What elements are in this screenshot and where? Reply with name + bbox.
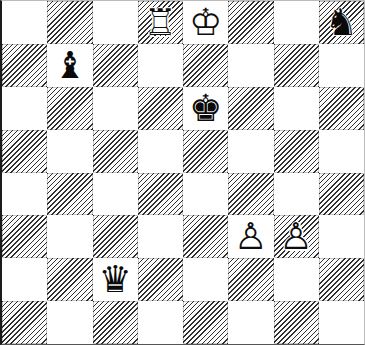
square-d8[interactable]: ♜♖ (138, 1, 183, 44)
square-a1[interactable] (2, 301, 47, 344)
square-a5[interactable] (2, 130, 47, 173)
square-c4[interactable] (93, 173, 138, 216)
square-h3[interactable] (319, 215, 364, 258)
square-h4[interactable] (319, 173, 364, 216)
knight-icon: ♞ (321, 2, 361, 42)
square-g3[interactable]: ♟♙ (274, 215, 319, 258)
square-c2[interactable]: ♛ (93, 258, 138, 301)
square-e3[interactable] (183, 215, 228, 258)
square-g2[interactable] (274, 258, 319, 301)
queen-icon: ♛ (95, 260, 135, 300)
square-b6[interactable] (47, 87, 92, 130)
square-h7[interactable] (319, 44, 364, 87)
square-g5[interactable] (274, 130, 319, 173)
square-c5[interactable] (93, 130, 138, 173)
square-f7[interactable] (228, 44, 273, 87)
square-c6[interactable] (93, 87, 138, 130)
square-f6[interactable] (228, 87, 273, 130)
square-d4[interactable] (138, 173, 183, 216)
square-d5[interactable] (138, 130, 183, 173)
square-d1[interactable] (138, 301, 183, 344)
white-rook-d8[interactable]: ♜♖ (140, 2, 180, 42)
square-h8[interactable]: ♞ (319, 1, 364, 44)
square-a4[interactable] (2, 173, 47, 216)
square-b3[interactable] (47, 215, 92, 258)
square-b8[interactable] (47, 1, 92, 44)
square-a8[interactable] (2, 1, 47, 44)
square-c8[interactable] (93, 1, 138, 44)
square-g7[interactable] (274, 44, 319, 87)
square-e1[interactable] (183, 301, 228, 344)
square-h6[interactable] (319, 87, 364, 130)
square-f5[interactable] (228, 130, 273, 173)
square-d6[interactable] (138, 87, 183, 130)
square-d2[interactable] (138, 258, 183, 301)
square-a7[interactable] (2, 44, 47, 87)
square-g8[interactable] (274, 1, 319, 44)
square-g4[interactable] (274, 173, 319, 216)
square-a2[interactable] (2, 258, 47, 301)
rook-icon: ♖ (140, 2, 180, 42)
square-c3[interactable] (93, 215, 138, 258)
square-e7[interactable] (183, 44, 228, 87)
square-c1[interactable] (93, 301, 138, 344)
king-icon: ♔ (186, 2, 226, 42)
white-pawn-f3[interactable]: ♟♙ (231, 217, 271, 257)
square-a3[interactable] (2, 215, 47, 258)
white-king-e8[interactable]: ♚♔ (186, 2, 226, 42)
square-e4[interactable] (183, 173, 228, 216)
square-f1[interactable] (228, 301, 273, 344)
square-b1[interactable] (47, 301, 92, 344)
bishop-icon: ♝ (50, 45, 90, 85)
square-e5[interactable] (183, 130, 228, 173)
square-f2[interactable] (228, 258, 273, 301)
chess-board: ♜♖♚♔♞♝♚♟♙♟♙♛ (2, 1, 364, 344)
square-b4[interactable] (47, 173, 92, 216)
square-e2[interactable] (183, 258, 228, 301)
square-e6[interactable]: ♚ (183, 87, 228, 130)
square-g6[interactable] (274, 87, 319, 130)
pawn-icon: ♙ (231, 217, 271, 257)
square-b2[interactable] (47, 258, 92, 301)
square-f3[interactable]: ♟♙ (228, 215, 273, 258)
square-d7[interactable] (138, 44, 183, 87)
square-b5[interactable] (47, 130, 92, 173)
square-h1[interactable] (319, 301, 364, 344)
square-e8[interactable]: ♚♔ (183, 1, 228, 44)
square-h2[interactable] (319, 258, 364, 301)
black-king-e6[interactable]: ♚ (186, 88, 226, 128)
square-f8[interactable] (228, 1, 273, 44)
white-pawn-g3[interactable]: ♟♙ (276, 217, 316, 257)
square-b7[interactable]: ♝ (47, 44, 92, 87)
square-a6[interactable] (2, 87, 47, 130)
black-knight-h8[interactable]: ♞ (321, 2, 361, 42)
square-f4[interactable] (228, 173, 273, 216)
square-c7[interactable] (93, 44, 138, 87)
square-h5[interactable] (319, 130, 364, 173)
black-queen-c2[interactable]: ♛ (95, 260, 135, 300)
square-d3[interactable] (138, 215, 183, 258)
black-bishop-b7[interactable]: ♝ (50, 45, 90, 85)
pawn-icon: ♙ (276, 217, 316, 257)
chess-board-frame: ♜♖♚♔♞♝♚♟♙♟♙♛ (0, 0, 365, 345)
square-g1[interactable] (274, 301, 319, 344)
king-icon: ♚ (186, 88, 226, 128)
